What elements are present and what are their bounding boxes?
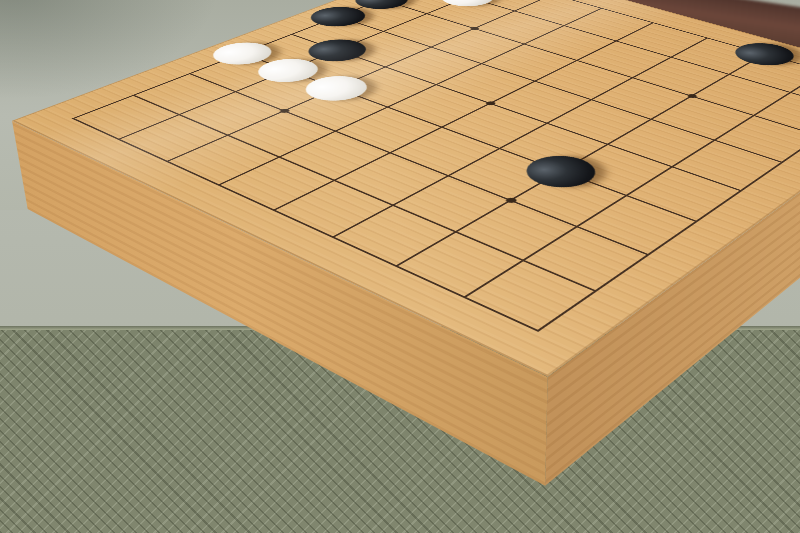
photo-scene — [0, 0, 800, 533]
